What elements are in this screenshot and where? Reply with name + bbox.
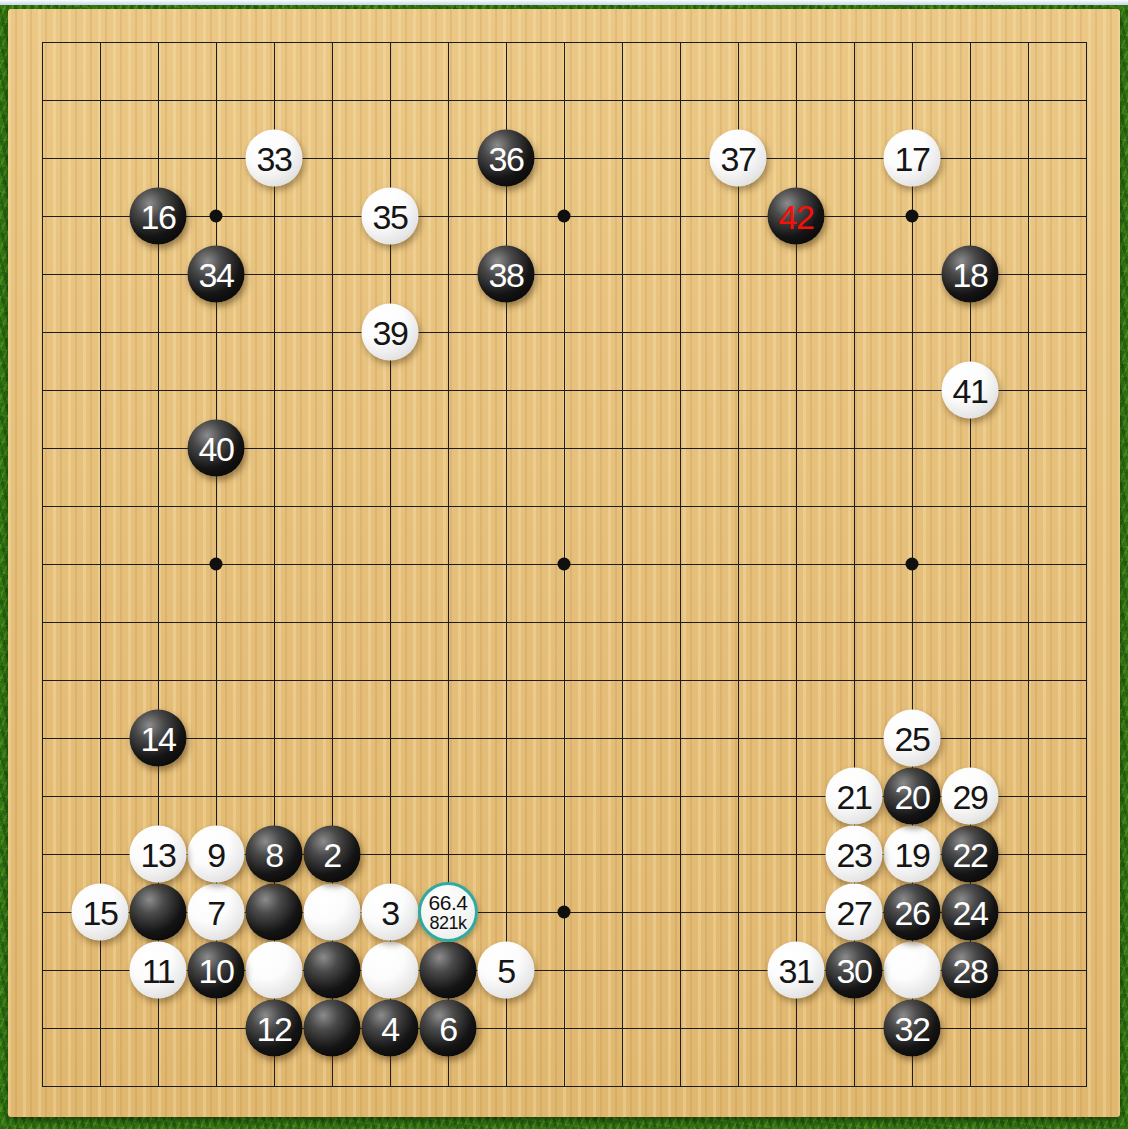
setup-stone-black: [420, 942, 477, 999]
move-number-label: 20: [895, 779, 930, 813]
stone-black-26: 26: [884, 884, 941, 941]
stone-white-3: 3: [362, 884, 419, 941]
move-number-label: 31: [779, 953, 814, 987]
star-point: [558, 558, 571, 571]
stone-black-28: 28: [942, 942, 999, 999]
stone-black-10: 10: [188, 942, 245, 999]
stone-black-12: 12: [246, 1000, 303, 1057]
move-number-label: 33: [257, 141, 292, 175]
star-point: [906, 558, 919, 571]
move-number-label: 6: [439, 1011, 456, 1045]
move-number-label: 42: [779, 199, 814, 233]
move-number-label: 9: [207, 837, 224, 871]
stone-black-6: 6: [420, 1000, 477, 1057]
move-number-label: 25: [895, 721, 930, 755]
move-number-label: 35: [373, 199, 408, 233]
move-number-label: 38: [489, 257, 524, 291]
move-number-label: 17: [895, 141, 930, 175]
stone-black-4: 4: [362, 1000, 419, 1057]
setup-stone-black: [130, 884, 187, 941]
stones-layer: 2345678910111213141516171819202122232425…: [42, 42, 1087, 1087]
stone-white-21: 21: [826, 768, 883, 825]
move-number-label: 29: [953, 779, 988, 813]
stone-black-32: 32: [884, 1000, 941, 1057]
stone-white-15: 15: [72, 884, 129, 941]
stone-black-24: 24: [942, 884, 999, 941]
move-number-label: 36: [489, 141, 524, 175]
stone-black-34: 34: [188, 246, 245, 303]
stone-black-18: 18: [942, 246, 999, 303]
window-top-strip: [0, 0, 1128, 5]
star-point: [210, 210, 223, 223]
move-number-label: 14: [141, 721, 176, 755]
move-number-label: 26: [895, 895, 930, 929]
move-number-label: 13: [141, 837, 176, 871]
stone-white-41: 41: [942, 362, 999, 419]
move-number-label: 21: [837, 779, 872, 813]
move-number-label: 28: [953, 953, 988, 987]
stone-white-13: 13: [130, 826, 187, 883]
stone-black-42: 42: [768, 188, 825, 245]
stone-black-40: 40: [188, 420, 245, 477]
stone-white-9: 9: [188, 826, 245, 883]
move-number-label: 27: [837, 895, 872, 929]
move-number-label: 16: [141, 199, 176, 233]
move-number-label: 32: [895, 1011, 930, 1045]
move-number-label: 19: [895, 837, 930, 871]
stone-black-30: 30: [826, 942, 883, 999]
setup-stone-black: [304, 1000, 361, 1057]
setup-stone-white: [246, 942, 303, 999]
stone-white-35: 35: [362, 188, 419, 245]
stone-black-2: 2: [304, 826, 361, 883]
star-point: [906, 210, 919, 223]
go-board[interactable]: 2345678910111213141516171819202122232425…: [8, 9, 1120, 1117]
stone-black-8: 8: [246, 826, 303, 883]
move-number-label: 34: [199, 257, 234, 291]
move-number-label: 3: [381, 895, 398, 929]
move-number-label: 7: [207, 895, 224, 929]
move-number-label: 2: [323, 837, 340, 871]
setup-stone-black: [304, 942, 361, 999]
stone-black-16: 16: [130, 188, 187, 245]
stone-white-31: 31: [768, 942, 825, 999]
setup-stone-white: [362, 942, 419, 999]
stone-black-14: 14: [130, 710, 187, 767]
ai-suggestion-overlay[interactable]: 66.4821k: [418, 882, 478, 942]
move-number-label: 4: [381, 1011, 398, 1045]
move-number-label: 41: [953, 373, 988, 407]
ai-visits-value: 821k: [429, 914, 466, 932]
stone-white-25: 25: [884, 710, 941, 767]
move-number-label: 18: [953, 257, 988, 291]
move-number-label: 23: [837, 837, 872, 871]
move-number-label: 15: [83, 895, 118, 929]
move-number-label: 11: [142, 953, 174, 987]
stone-white-39: 39: [362, 304, 419, 361]
stone-white-27: 27: [826, 884, 883, 941]
move-number-label: 22: [953, 837, 988, 871]
stone-black-22: 22: [942, 826, 999, 883]
move-number-label: 37: [721, 141, 756, 175]
stone-white-37: 37: [710, 130, 767, 187]
stone-white-17: 17: [884, 130, 941, 187]
stone-black-38: 38: [478, 246, 535, 303]
stone-white-23: 23: [826, 826, 883, 883]
star-point: [558, 906, 571, 919]
stone-white-19: 19: [884, 826, 941, 883]
stone-white-5: 5: [478, 942, 535, 999]
stone-white-33: 33: [246, 130, 303, 187]
ai-winrate-value: 66.4: [429, 892, 468, 913]
move-number-label: 5: [497, 953, 514, 987]
setup-stone-black: [246, 884, 303, 941]
go-app-screenshot: { "game": "go", "window": {"top_strip_co…: [0, 0, 1128, 1129]
stone-white-7: 7: [188, 884, 245, 941]
star-point: [558, 210, 571, 223]
move-number-label: 12: [257, 1011, 292, 1045]
star-point: [210, 558, 223, 571]
move-number-label: 10: [199, 953, 234, 987]
move-number-label: 40: [199, 431, 234, 465]
move-number-label: 30: [837, 953, 872, 987]
move-number-label: 8: [265, 837, 282, 871]
setup-stone-white: [304, 884, 361, 941]
move-number-label: 39: [373, 315, 408, 349]
stone-white-11: 11: [130, 942, 187, 999]
setup-stone-white: [884, 942, 941, 999]
stone-black-20: 20: [884, 768, 941, 825]
stone-black-36: 36: [478, 130, 535, 187]
stone-white-29: 29: [942, 768, 999, 825]
move-number-label: 24: [953, 895, 988, 929]
